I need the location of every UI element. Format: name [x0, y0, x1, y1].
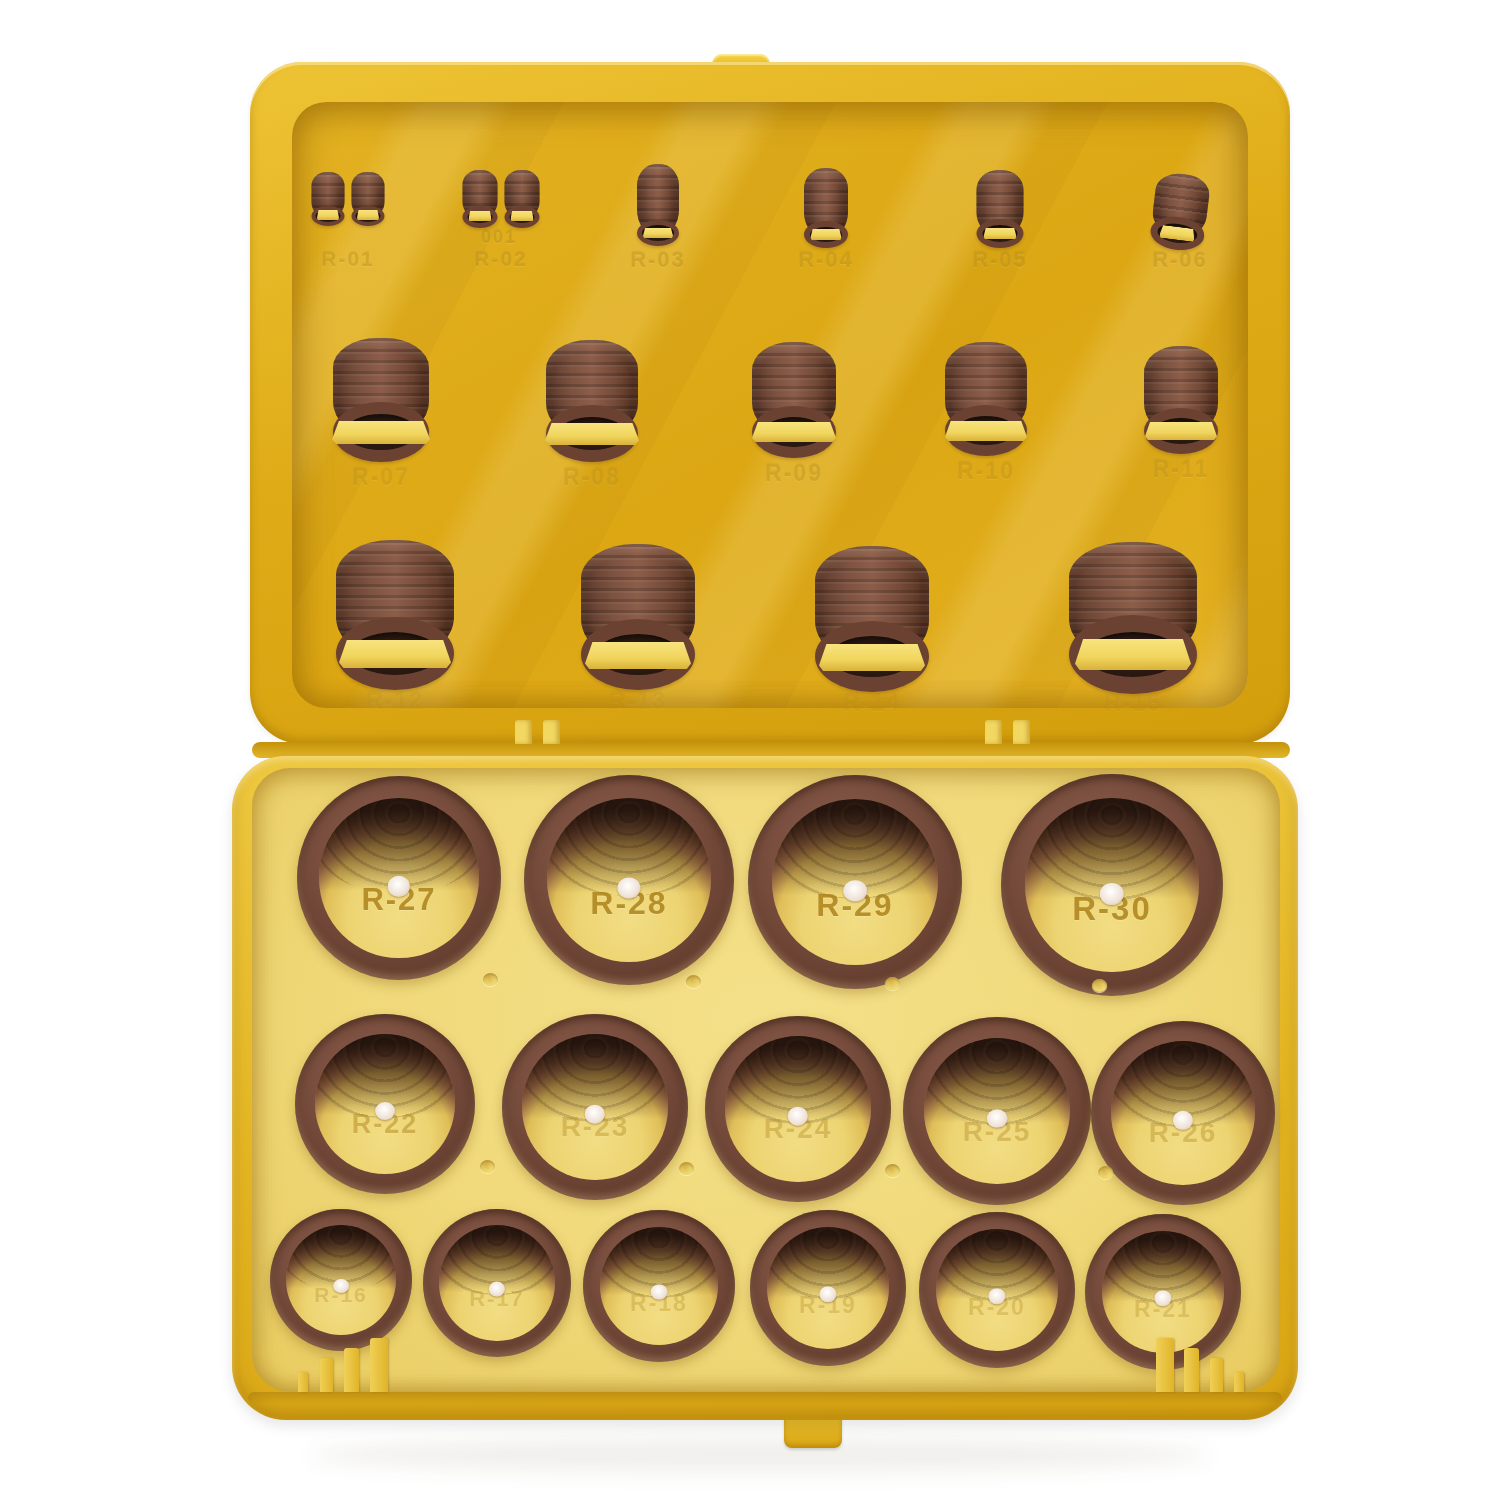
well-center-hole: [988, 1288, 1005, 1304]
oring-well: R-19: [750, 1210, 906, 1366]
peg-post-tab: [643, 228, 673, 238]
lid-engraved-label: R-03: [630, 247, 686, 273]
oring-well: R-16: [270, 1209, 412, 1351]
peg-post-tab: [819, 644, 925, 671]
lid-engraved-label: R-15: [1104, 690, 1162, 717]
oring-well: R-17: [423, 1209, 571, 1357]
peg-post-tab: [357, 210, 379, 220]
oring-peg-stack: [458, 170, 503, 228]
tray-corner-rib: [1184, 1348, 1199, 1392]
oring-well: R-22: [295, 1014, 475, 1194]
tray-dimple: [885, 1164, 900, 1177]
tray-edge-lip: [248, 1392, 1282, 1404]
oring-peg-stack: [972, 170, 1029, 248]
tray-corner-rib: [320, 1358, 333, 1392]
lid-engraved-label: R-01: [321, 247, 375, 271]
lid-engraved-label: 001: [481, 227, 517, 248]
peg-post-tab: [811, 229, 842, 240]
tray-corner-rib: [370, 1338, 388, 1392]
tray-corner-rib: [298, 1372, 308, 1392]
hinge-tab: [1013, 720, 1030, 744]
lid-engraved-label: R-04: [798, 247, 854, 273]
case-drop-shadow: [310, 1438, 1210, 1472]
oring-peg-stack: [1064, 542, 1202, 694]
tray-dimple: [1092, 979, 1107, 992]
well-center-hole: [788, 1107, 808, 1126]
lid-engraved-label: R-07: [352, 464, 410, 491]
lid-engraved-label: R-13: [609, 688, 667, 715]
lid-engraved-label: R-02: [474, 247, 528, 271]
peg-post-tab: [511, 211, 534, 221]
lid-engraved-label: R-14: [843, 690, 901, 717]
tray-corner-rib: [1234, 1372, 1244, 1392]
oring-peg-stack: [747, 342, 841, 458]
well-center-hole: [585, 1105, 605, 1124]
oring-well: R-30: [1001, 774, 1223, 996]
oring-well: R-28: [524, 775, 734, 985]
tray-dimple: [885, 977, 900, 990]
well-center-hole: [651, 1284, 668, 1299]
peg-post-tab: [1075, 639, 1191, 670]
peg-post-tab: [545, 423, 639, 445]
product-photo-scene: R-01R-02R-03R-04R-05R-06001R-07R-08R-09R…: [0, 0, 1500, 1500]
lid-engraved-label: R-10: [957, 458, 1015, 485]
tray-corner-rib: [1210, 1358, 1223, 1392]
hinge-tab: [985, 720, 1002, 744]
peg-post-tab: [317, 210, 339, 220]
tray-dimple: [686, 975, 701, 988]
well-center-hole: [489, 1282, 505, 1297]
oring-well: R-20: [919, 1212, 1075, 1368]
oring-peg-stack: [1144, 170, 1217, 253]
oring-well: R-25: [903, 1017, 1091, 1205]
peg-post-tab: [585, 642, 691, 669]
lid-engraved-label: R-05: [972, 247, 1028, 273]
well-center-hole: [617, 878, 640, 899]
well-center-hole: [819, 1286, 836, 1302]
tray-dimple: [483, 973, 498, 986]
peg-post-tab: [332, 421, 430, 444]
oring-peg-stack: [307, 172, 350, 226]
oring-peg-stack: [799, 168, 853, 248]
tray-dimple: [679, 1162, 694, 1175]
well-center-hole: [333, 1279, 349, 1293]
oring-well: R-29: [748, 775, 962, 989]
lid-engraved-label: R-09: [765, 460, 823, 487]
oring-peg-stack: [576, 544, 700, 690]
peg-post-tab: [339, 640, 451, 668]
oring-peg-stack: [500, 170, 545, 228]
well-center-hole: [1154, 1290, 1171, 1306]
hinge-tab: [515, 720, 532, 744]
peg-post-tab: [984, 228, 1017, 239]
oring-peg-stack: [540, 340, 644, 462]
well-center-hole: [375, 1102, 395, 1120]
oring-peg-stack: [940, 342, 1032, 456]
oring-peg-stack: [347, 172, 390, 226]
tray-corner-rib: [1156, 1338, 1174, 1392]
tray-corner-rib: [344, 1348, 359, 1392]
lid-engraved-label: R-08: [563, 464, 621, 491]
oring-well: R-23: [502, 1014, 688, 1200]
oring-peg-stack: [632, 164, 684, 246]
lid-engraved-label: R-06: [1152, 247, 1208, 273]
oring-peg-stack: [331, 540, 459, 690]
well-center-hole: [843, 880, 867, 901]
peg-post-tab: [752, 422, 836, 442]
hinge-tab: [543, 720, 560, 744]
oring-well: R-26: [1091, 1021, 1275, 1205]
tray-dimple: [1098, 1166, 1113, 1179]
tray-dimple: [480, 1160, 495, 1173]
well-center-hole: [987, 1109, 1008, 1128]
oring-peg-stack: [327, 338, 435, 462]
oring-well: R-27: [297, 776, 501, 980]
peg-post-tab: [945, 421, 1027, 441]
peg-post-tab: [469, 211, 492, 221]
lid-engraved-label: R-11: [1153, 456, 1210, 483]
oring-peg-stack: [1139, 346, 1223, 454]
lid-engraved-label: R-12: [366, 688, 424, 715]
oring-peg-stack: [810, 546, 934, 692]
oring-well: R-24: [705, 1016, 891, 1202]
peg-post-tab: [1145, 422, 1217, 440]
oring-well: R-18: [583, 1210, 735, 1362]
